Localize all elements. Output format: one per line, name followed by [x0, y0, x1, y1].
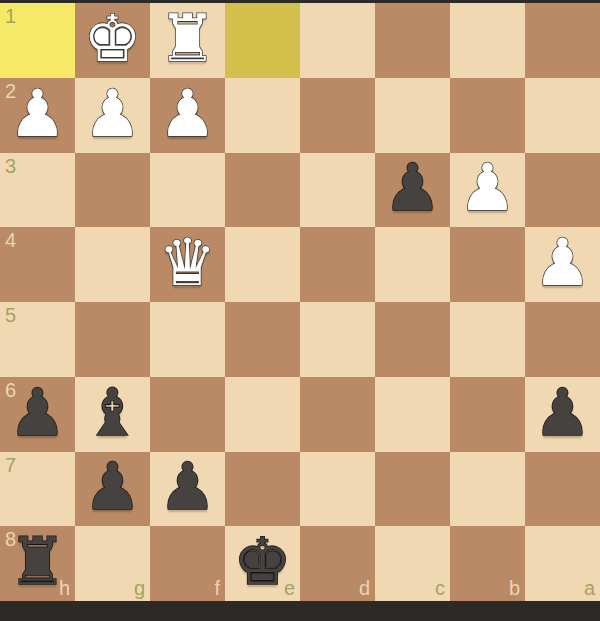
square-c8[interactable]: c — [375, 526, 450, 601]
white-queen[interactable]: ♛ — [158, 230, 216, 299]
square-a3[interactable] — [525, 153, 600, 228]
square-c7[interactable] — [375, 452, 450, 527]
square-e1[interactable] — [225, 3, 300, 78]
black-king[interactable]: ♚ — [233, 529, 291, 598]
square-b1[interactable] — [450, 3, 525, 78]
square-c1[interactable] — [375, 3, 450, 78]
square-d3[interactable] — [300, 153, 375, 228]
square-e4[interactable] — [225, 227, 300, 302]
square-e3[interactable] — [225, 153, 300, 228]
rank-label-5: 5 — [5, 305, 16, 325]
square-h2[interactable]: 2♟ — [0, 78, 75, 153]
square-b2[interactable] — [450, 78, 525, 153]
square-g6[interactable]: ♝ — [75, 377, 150, 452]
square-c2[interactable] — [375, 78, 450, 153]
black-bishop[interactable]: ♝ — [83, 380, 141, 449]
square-h6[interactable]: 6♟ — [0, 377, 75, 452]
square-h8[interactable]: 8h♜ — [0, 526, 75, 601]
white-rook[interactable]: ♜ — [158, 6, 216, 75]
white-king[interactable]: ♚ — [83, 6, 141, 75]
square-d2[interactable] — [300, 78, 375, 153]
black-pawn[interactable]: ♟ — [158, 454, 216, 523]
square-d8[interactable]: d — [300, 526, 375, 601]
square-g1[interactable]: ♚ — [75, 3, 150, 78]
square-b5[interactable] — [450, 302, 525, 377]
square-c5[interactable] — [375, 302, 450, 377]
black-pawn[interactable]: ♟ — [8, 380, 66, 449]
square-f3[interactable] — [150, 153, 225, 228]
square-c4[interactable] — [375, 227, 450, 302]
square-h5[interactable]: 5 — [0, 302, 75, 377]
square-e2[interactable] — [225, 78, 300, 153]
square-b6[interactable] — [450, 377, 525, 452]
square-g5[interactable] — [75, 302, 150, 377]
black-rook[interactable]: ♜ — [8, 529, 66, 598]
square-h1[interactable]: 1 — [0, 3, 75, 78]
white-pawn[interactable]: ♟ — [458, 155, 516, 224]
square-h3[interactable]: 3 — [0, 153, 75, 228]
square-f5[interactable] — [150, 302, 225, 377]
square-e8[interactable]: e♚ — [225, 526, 300, 601]
square-a4[interactable]: ♟ — [525, 227, 600, 302]
white-pawn[interactable]: ♟ — [8, 81, 66, 150]
square-d5[interactable] — [300, 302, 375, 377]
square-b8[interactable]: b — [450, 526, 525, 601]
square-f6[interactable] — [150, 377, 225, 452]
white-pawn[interactable]: ♟ — [83, 81, 141, 150]
file-label-d: d — [359, 578, 370, 598]
chess-app-screen: 1♚♜2♟♟♟3♟♟4♛♟56♟♝♟7♟♟8h♜gfe♚dcba — [0, 0, 600, 621]
file-label-f: f — [214, 578, 220, 598]
file-label-c: c — [435, 578, 445, 598]
square-b3[interactable]: ♟ — [450, 153, 525, 228]
square-d6[interactable] — [300, 377, 375, 452]
square-a7[interactable] — [525, 452, 600, 527]
file-label-a: a — [584, 578, 595, 598]
black-pawn[interactable]: ♟ — [83, 454, 141, 523]
square-a2[interactable] — [525, 78, 600, 153]
square-b4[interactable] — [450, 227, 525, 302]
black-pawn[interactable]: ♟ — [383, 155, 441, 224]
rank-label-7: 7 — [5, 455, 16, 475]
white-pawn[interactable]: ♟ — [158, 81, 216, 150]
square-b7[interactable] — [450, 452, 525, 527]
square-c6[interactable] — [375, 377, 450, 452]
bottom-frame-bar — [0, 601, 600, 621]
square-h4[interactable]: 4 — [0, 227, 75, 302]
white-pawn[interactable]: ♟ — [533, 230, 591, 299]
square-f2[interactable]: ♟ — [150, 78, 225, 153]
square-g3[interactable] — [75, 153, 150, 228]
square-g7[interactable]: ♟ — [75, 452, 150, 527]
rank-label-1: 1 — [5, 6, 16, 26]
chess-board[interactable]: 1♚♜2♟♟♟3♟♟4♛♟56♟♝♟7♟♟8h♜gfe♚dcba — [0, 3, 600, 601]
square-d7[interactable] — [300, 452, 375, 527]
square-g4[interactable] — [75, 227, 150, 302]
square-d4[interactable] — [300, 227, 375, 302]
square-a6[interactable]: ♟ — [525, 377, 600, 452]
square-g8[interactable]: g — [75, 526, 150, 601]
square-a8[interactable]: a — [525, 526, 600, 601]
square-f8[interactable]: f — [150, 526, 225, 601]
square-c3[interactable]: ♟ — [375, 153, 450, 228]
square-g2[interactable]: ♟ — [75, 78, 150, 153]
square-e5[interactable] — [225, 302, 300, 377]
square-a5[interactable] — [525, 302, 600, 377]
square-e7[interactable] — [225, 452, 300, 527]
rank-label-4: 4 — [5, 230, 16, 250]
square-h7[interactable]: 7 — [0, 452, 75, 527]
square-f1[interactable]: ♜ — [150, 3, 225, 78]
square-a1[interactable] — [525, 3, 600, 78]
square-e6[interactable] — [225, 377, 300, 452]
square-d1[interactable] — [300, 3, 375, 78]
square-f4[interactable]: ♛ — [150, 227, 225, 302]
file-label-g: g — [134, 578, 145, 598]
file-label-b: b — [509, 578, 520, 598]
square-f7[interactable]: ♟ — [150, 452, 225, 527]
rank-label-3: 3 — [5, 156, 16, 176]
black-pawn[interactable]: ♟ — [533, 380, 591, 449]
